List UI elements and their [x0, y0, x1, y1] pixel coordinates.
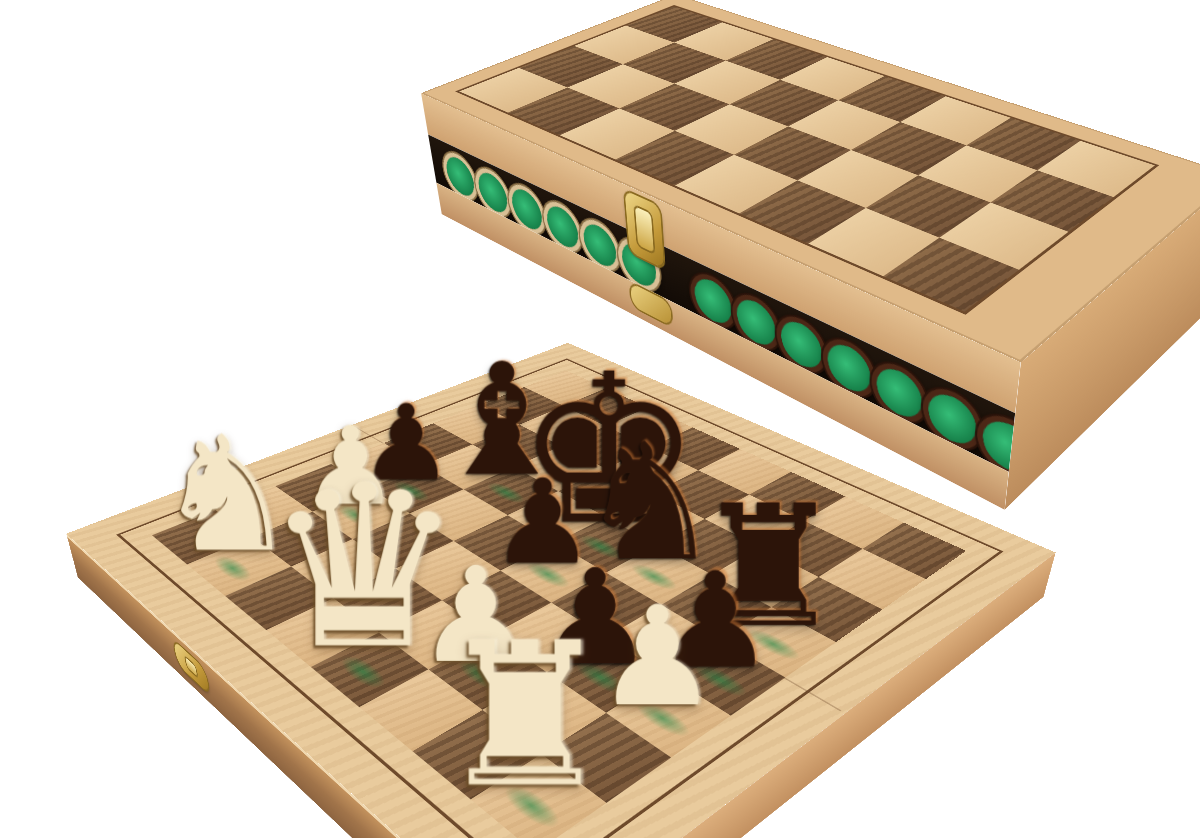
white-rook-h1[interactable]: ♜: [418, 621, 633, 810]
box-lid-top: [421, 0, 1200, 362]
board-brass-clasp-icon[interactable]: [173, 639, 211, 695]
square-h1[interactable]: ♜: [471, 754, 606, 838]
chess-board: ♝♚♞♜♟♟♟♟♟♟♟♞♛♜: [152, 370, 966, 838]
product-photo-stage: ♝♚♞♜♟♟♟♟♟♟♟♞♛♜: [0, 0, 1200, 838]
